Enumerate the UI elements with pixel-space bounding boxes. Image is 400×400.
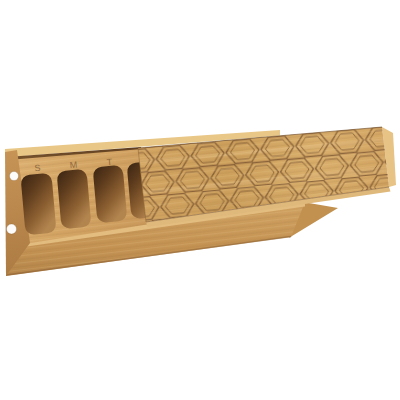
pill-box-illustration: S M T [0, 0, 400, 400]
compartment-tuesday [93, 165, 128, 223]
day-label-t: T [106, 157, 113, 167]
day-label-s: S [34, 163, 41, 174]
magnet-hole-bottom [7, 224, 17, 234]
product-photo: S M T [0, 0, 400, 400]
magnet-hole-top [10, 172, 19, 181]
day-label-m: M [69, 160, 78, 171]
compartment-sunday [20, 173, 56, 235]
compartment-monday [57, 169, 92, 229]
